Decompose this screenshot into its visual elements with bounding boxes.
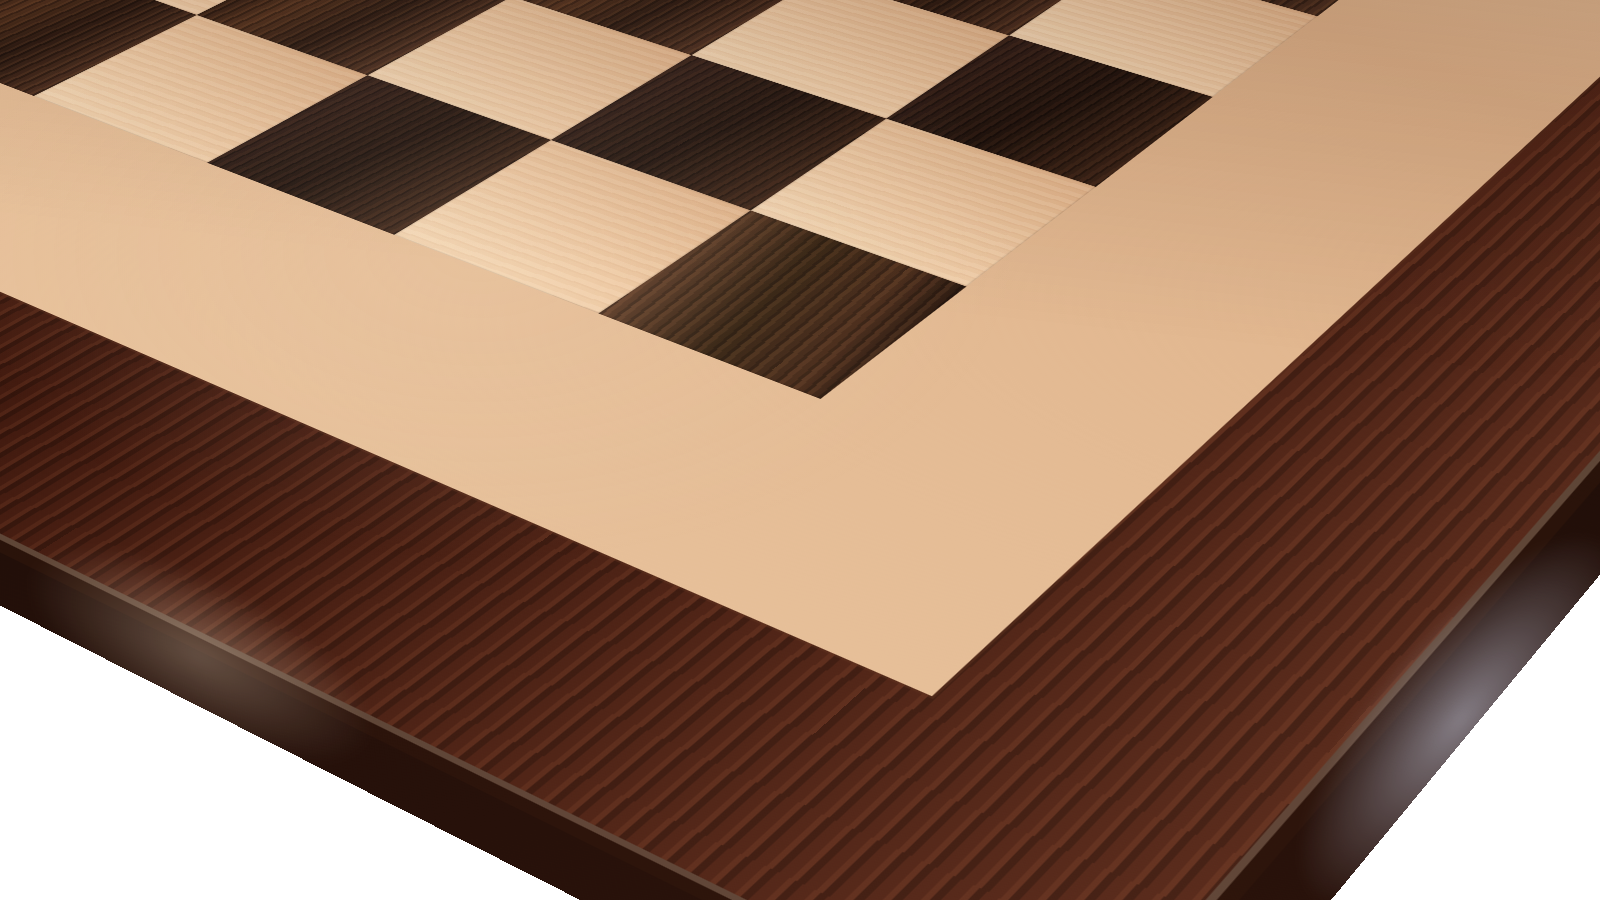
playing-field (0, 0, 1600, 399)
maple-inlay-strip (0, 0, 1600, 696)
chessboard-photo-scene (0, 0, 1600, 900)
chess-board (0, 0, 1600, 900)
board-frame (0, 0, 1600, 900)
